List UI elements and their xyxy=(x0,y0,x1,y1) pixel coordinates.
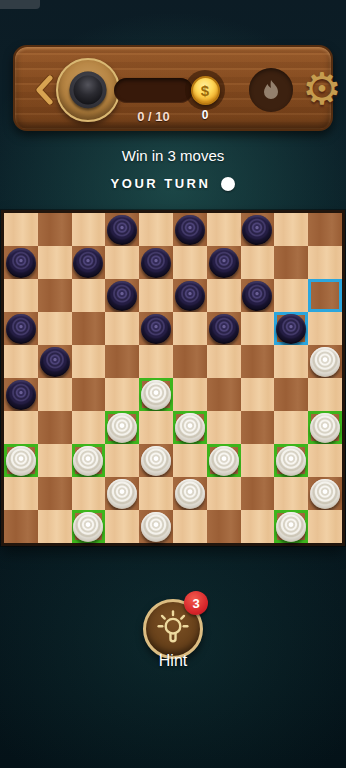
board-square-r6c3[interactable] xyxy=(105,411,139,444)
turn-indicator-row: YOUR TURN xyxy=(0,176,346,191)
board-square-r1c8[interactable] xyxy=(274,246,308,279)
white-checker[interactable] xyxy=(107,479,137,509)
board-square-r6c4 xyxy=(139,411,173,444)
board-square-r5c2[interactable] xyxy=(72,378,106,411)
board-square-r3c1 xyxy=(38,312,72,345)
white-checker[interactable] xyxy=(175,413,205,443)
board-square-r6c6 xyxy=(207,411,241,444)
board-square-r7c9 xyxy=(308,444,342,477)
board-square-r1c1 xyxy=(38,246,72,279)
board-square-r7c3 xyxy=(105,444,139,477)
board-square-r7c8[interactable] xyxy=(274,444,308,477)
flame-button[interactable] xyxy=(249,68,293,112)
white-checker[interactable] xyxy=(141,380,171,410)
board-square-r5c3 xyxy=(105,378,139,411)
black-checker[interactable] xyxy=(175,215,205,245)
black-checker[interactable] xyxy=(276,314,306,344)
black-checker[interactable] xyxy=(107,215,137,245)
board-square-r6c9[interactable] xyxy=(308,411,342,444)
black-checker[interactable] xyxy=(242,215,272,245)
board-square-r6c5[interactable] xyxy=(173,411,207,444)
board-square-r2c1[interactable] xyxy=(38,279,72,312)
board-square-r0c4 xyxy=(139,213,173,246)
board-square-r0c1[interactable] xyxy=(38,213,72,246)
board-square-r9c0[interactable] xyxy=(4,510,38,543)
board-square-r7c5 xyxy=(173,444,207,477)
board-square-r0c5[interactable] xyxy=(173,213,207,246)
white-checker[interactable] xyxy=(175,479,205,509)
board-square-r8c9[interactable] xyxy=(308,477,342,510)
board-square-r8c8 xyxy=(274,477,308,510)
black-checker[interactable] xyxy=(175,281,205,311)
white-checker[interactable] xyxy=(310,413,340,443)
board-square-r3c6[interactable] xyxy=(207,312,241,345)
board-square-r5c8[interactable] xyxy=(274,378,308,411)
board-square-r3c4[interactable] xyxy=(139,312,173,345)
board-square-r4c8 xyxy=(274,345,308,378)
board-square-r0c0 xyxy=(4,213,38,246)
board-square-r9c8[interactable] xyxy=(274,510,308,543)
hint-count-badge: 3 xyxy=(184,591,208,615)
board-square-r2c0 xyxy=(4,279,38,312)
board-square-r2c7[interactable] xyxy=(241,279,275,312)
status-bar-artifact xyxy=(0,0,40,9)
board-square-r9c1 xyxy=(38,510,72,543)
board-square-r0c3[interactable] xyxy=(105,213,139,246)
objective-text: Win in 3 moves xyxy=(0,147,346,164)
board-square-r0c8 xyxy=(274,213,308,246)
board-square-r3c5 xyxy=(173,312,207,345)
board-square-r5c4[interactable] xyxy=(139,378,173,411)
board-square-r4c6 xyxy=(207,345,241,378)
white-checker[interactable] xyxy=(141,512,171,542)
turn-label: YOUR TURN xyxy=(111,176,211,191)
black-checker[interactable] xyxy=(73,248,103,278)
board-square-r3c0[interactable] xyxy=(4,312,38,345)
board-square-r8c2 xyxy=(72,477,106,510)
board-square-r7c1 xyxy=(38,444,72,477)
white-checker[interactable] xyxy=(310,347,340,377)
board-square-r9c9 xyxy=(308,510,342,543)
board-square-r1c3 xyxy=(105,246,139,279)
board-square-r4c0 xyxy=(4,345,38,378)
black-checker[interactable] xyxy=(209,248,239,278)
board-square-r4c2 xyxy=(72,345,106,378)
lightbulb-icon xyxy=(156,610,190,648)
board-square-r2c6 xyxy=(207,279,241,312)
coin-icon: $ xyxy=(191,76,220,105)
board-square-r0c7[interactable] xyxy=(241,213,275,246)
board-square-r5c6[interactable] xyxy=(207,378,241,411)
board-square-r1c2[interactable] xyxy=(72,246,106,279)
board-square-r0c2 xyxy=(72,213,106,246)
board-square-r6c7[interactable] xyxy=(241,411,275,444)
board-square-r5c0[interactable] xyxy=(4,378,38,411)
board-square-r0c6 xyxy=(207,213,241,246)
white-checker[interactable] xyxy=(276,446,306,476)
game-screen: 0 / 10 $ 0 ⚙ Win in 3 moves YOUR TURN xyxy=(0,0,346,768)
board-square-r8c4 xyxy=(139,477,173,510)
board-square-r4c1[interactable] xyxy=(38,345,72,378)
board-square-r3c8[interactable] xyxy=(274,312,308,345)
white-checker[interactable] xyxy=(73,446,103,476)
board-square-r5c7 xyxy=(241,378,275,411)
board-square-r1c4[interactable] xyxy=(139,246,173,279)
white-checker[interactable] xyxy=(73,512,103,542)
white-checker[interactable] xyxy=(310,479,340,509)
white-checker[interactable] xyxy=(209,446,239,476)
board-square-r1c7 xyxy=(241,246,275,279)
level-progress-bar xyxy=(114,78,193,103)
black-checker[interactable] xyxy=(209,314,239,344)
hint-label: Hint xyxy=(0,652,346,670)
board-square-r5c5 xyxy=(173,378,207,411)
board-square-r6c8 xyxy=(274,411,308,444)
board-square-r5c9 xyxy=(308,378,342,411)
board-square-r4c3[interactable] xyxy=(105,345,139,378)
black-checker[interactable] xyxy=(242,281,272,311)
board-square-r9c4[interactable] xyxy=(139,510,173,543)
board-square-r8c6 xyxy=(207,477,241,510)
board-square-r2c2 xyxy=(72,279,106,312)
black-checker[interactable] xyxy=(141,314,171,344)
board-square-r8c7[interactable] xyxy=(241,477,275,510)
level-progress-label: 0 / 10 xyxy=(114,109,193,124)
board-square-r6c2 xyxy=(72,411,106,444)
coin-count: 0 xyxy=(185,108,225,122)
board-square-r4c9[interactable] xyxy=(308,345,342,378)
board-square-r7c6[interactable] xyxy=(207,444,241,477)
board-square-r4c7[interactable] xyxy=(241,345,275,378)
board-square-r8c5[interactable] xyxy=(173,477,207,510)
back-chevron-icon xyxy=(33,75,55,105)
black-checker[interactable] xyxy=(107,281,137,311)
board-square-r2c5[interactable] xyxy=(173,279,207,312)
board-square-r9c3 xyxy=(105,510,139,543)
board-square-r2c9[interactable] xyxy=(308,279,342,312)
top-bar: 0 / 10 $ 0 ⚙ xyxy=(13,45,333,131)
board-square-r7c7 xyxy=(241,444,275,477)
checkers-board xyxy=(1,210,345,546)
level-badge xyxy=(56,58,120,122)
board-square-r9c6[interactable] xyxy=(207,510,241,543)
white-checker[interactable] xyxy=(107,413,137,443)
board-square-r4c5[interactable] xyxy=(173,345,207,378)
black-checker[interactable] xyxy=(6,248,36,278)
black-checker-knob-icon xyxy=(70,72,107,109)
board-square-r7c0[interactable] xyxy=(4,444,38,477)
settings-button[interactable]: ⚙ xyxy=(299,63,345,117)
board-square-r6c0 xyxy=(4,411,38,444)
board-square-r1c9 xyxy=(308,246,342,279)
board-square-r4c4 xyxy=(139,345,173,378)
board-square-r2c8 xyxy=(274,279,308,312)
board-square-r3c7 xyxy=(241,312,275,345)
board-square-r6c1[interactable] xyxy=(38,411,72,444)
board-square-r8c1[interactable] xyxy=(38,477,72,510)
board-square-r9c2[interactable] xyxy=(72,510,106,543)
white-checker[interactable] xyxy=(6,446,36,476)
white-checker[interactable] xyxy=(276,512,306,542)
black-checker[interactable] xyxy=(141,248,171,278)
black-checker[interactable] xyxy=(6,380,36,410)
coin-counter[interactable]: $ xyxy=(185,70,225,110)
board-square-r0c9[interactable] xyxy=(308,213,342,246)
board-square-r3c3 xyxy=(105,312,139,345)
board-square-r7c4[interactable] xyxy=(139,444,173,477)
board-square-r8c3[interactable] xyxy=(105,477,139,510)
board-square-r2c4 xyxy=(139,279,173,312)
white-checker[interactable] xyxy=(141,446,171,476)
board-square-r1c0[interactable] xyxy=(4,246,38,279)
board-square-r1c6[interactable] xyxy=(207,246,241,279)
board-square-r3c9 xyxy=(308,312,342,345)
black-checker[interactable] xyxy=(40,347,70,377)
board-square-r9c5 xyxy=(173,510,207,543)
board-square-r8c0 xyxy=(4,477,38,510)
board-square-r1c5 xyxy=(173,246,207,279)
board-square-r7c2[interactable] xyxy=(72,444,106,477)
board-square-r2c3[interactable] xyxy=(105,279,139,312)
black-checker[interactable] xyxy=(6,314,36,344)
board-square-r3c2[interactable] xyxy=(72,312,106,345)
turn-color-dot xyxy=(221,177,235,191)
board-square-r9c7 xyxy=(241,510,275,543)
board-square-r5c1 xyxy=(38,378,72,411)
back-button[interactable] xyxy=(33,75,55,105)
flame-icon xyxy=(261,78,281,102)
